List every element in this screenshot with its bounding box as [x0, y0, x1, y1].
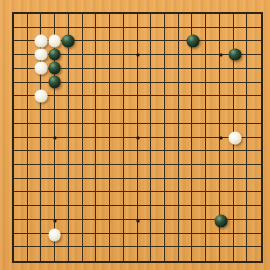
- board-cell: [179, 55, 193, 69]
- board-cell: [28, 124, 42, 138]
- board-cell: [138, 28, 152, 42]
- board-cell: [151, 179, 165, 193]
- board-cell: [220, 83, 234, 97]
- board-cell: [206, 124, 220, 138]
- board-cell: [165, 83, 179, 97]
- board-cell: [220, 110, 234, 124]
- board-cell: [247, 179, 261, 193]
- board-cell: [110, 41, 124, 55]
- hoshi-star-point: [53, 136, 56, 139]
- board-cell: [41, 247, 55, 261]
- board-cell: [192, 151, 206, 165]
- board-cell: [41, 110, 55, 124]
- board-cell: [247, 28, 261, 42]
- board-cell: [14, 247, 28, 261]
- board-cell: [96, 96, 110, 110]
- board-cell: [69, 69, 83, 83]
- board-cell: [206, 165, 220, 179]
- board-cell: [110, 110, 124, 124]
- board-cell: [14, 151, 28, 165]
- board-cell: [28, 247, 42, 261]
- black-stone: [215, 215, 228, 228]
- board-cell: [96, 28, 110, 42]
- board-cell: [179, 110, 193, 124]
- black-stone: [228, 48, 241, 61]
- board-cell: [110, 220, 124, 234]
- board-cell: [234, 14, 248, 28]
- white-stone: [34, 34, 47, 47]
- board-cell: [96, 55, 110, 69]
- board-cell: [14, 28, 28, 42]
- board-cell: [69, 96, 83, 110]
- board-cell: [110, 14, 124, 28]
- board-cell: [247, 192, 261, 206]
- board-cell: [41, 151, 55, 165]
- board-cell: [151, 138, 165, 152]
- board-cell: [55, 165, 69, 179]
- board-cell: [96, 138, 110, 152]
- board-cell: [69, 234, 83, 248]
- board-cell: [151, 41, 165, 55]
- board-cell: [179, 247, 193, 261]
- hoshi-star-point: [53, 219, 56, 222]
- board-cell: [138, 110, 152, 124]
- board-cell: [179, 206, 193, 220]
- board-cell: [192, 96, 206, 110]
- board-cell: [41, 206, 55, 220]
- board-cell: [206, 14, 220, 28]
- black-stone: [187, 34, 200, 47]
- board-cell: [151, 83, 165, 97]
- board-cell: [206, 96, 220, 110]
- board-cell: [179, 220, 193, 234]
- board-cell: [192, 14, 206, 28]
- board-cell: [247, 124, 261, 138]
- board-cell: [83, 220, 97, 234]
- board-cell: [220, 28, 234, 42]
- board-cell: [96, 41, 110, 55]
- board-cell: [14, 192, 28, 206]
- board-cell: [110, 69, 124, 83]
- board-cell: [83, 138, 97, 152]
- hoshi-star-point: [219, 53, 222, 56]
- board-cell: [234, 151, 248, 165]
- board-cell: [220, 247, 234, 261]
- board-cell: [151, 28, 165, 42]
- go-board[interactable]: [0, 0, 270, 270]
- board-cell: [55, 192, 69, 206]
- board-cell: [83, 206, 97, 220]
- board-cell: [138, 55, 152, 69]
- board-cell: [96, 247, 110, 261]
- board-cell: [151, 110, 165, 124]
- board-cell: [151, 220, 165, 234]
- board-cell: [110, 124, 124, 138]
- board-cell: [138, 69, 152, 83]
- board-cell: [69, 206, 83, 220]
- board-cell: [151, 234, 165, 248]
- hoshi-star-point: [136, 53, 139, 56]
- board-cell: [165, 165, 179, 179]
- board-cell: [110, 28, 124, 42]
- board-cell: [138, 220, 152, 234]
- board-cell: [83, 83, 97, 97]
- board-cell: [247, 247, 261, 261]
- board-cell: [124, 124, 138, 138]
- board-cell: [206, 55, 220, 69]
- board-cell: [69, 83, 83, 97]
- board-cell: [83, 110, 97, 124]
- board-cell: [14, 69, 28, 83]
- board-cell: [192, 165, 206, 179]
- board-cell: [96, 220, 110, 234]
- board-cell: [192, 220, 206, 234]
- board-cell: [83, 41, 97, 55]
- board-cell: [234, 206, 248, 220]
- board-cell: [192, 110, 206, 124]
- board-cell: [247, 138, 261, 152]
- black-stone: [48, 62, 61, 75]
- board-cell: [206, 138, 220, 152]
- board-cell: [83, 124, 97, 138]
- board-cell: [247, 14, 261, 28]
- board-cell: [165, 151, 179, 165]
- board-cell: [83, 28, 97, 42]
- board-cell: [14, 110, 28, 124]
- board-cell: [234, 234, 248, 248]
- board-cell: [124, 83, 138, 97]
- board-cell: [138, 14, 152, 28]
- board-cell: [55, 110, 69, 124]
- board-cell: [138, 192, 152, 206]
- board-cell: [179, 14, 193, 28]
- board-cell: [14, 206, 28, 220]
- board-cell: [124, 234, 138, 248]
- board-cell: [124, 28, 138, 42]
- board-cell: [138, 165, 152, 179]
- board-cell: [124, 192, 138, 206]
- board-cell: [138, 206, 152, 220]
- board-cell: [69, 220, 83, 234]
- board-cell: [83, 179, 97, 193]
- board-cell: [192, 69, 206, 83]
- board-cell: [165, 247, 179, 261]
- board-cell: [151, 55, 165, 69]
- board-cell: [110, 192, 124, 206]
- board-cell: [220, 234, 234, 248]
- board-cell: [192, 247, 206, 261]
- board-cell: [124, 14, 138, 28]
- board-cell: [41, 192, 55, 206]
- board-cell: [234, 28, 248, 42]
- board-cell: [165, 14, 179, 28]
- board-cell: [124, 96, 138, 110]
- board-cell: [110, 234, 124, 248]
- board-cell: [151, 69, 165, 83]
- board-cell: [110, 83, 124, 97]
- board-cell: [165, 110, 179, 124]
- board-cell: [14, 55, 28, 69]
- board-cell: [110, 55, 124, 69]
- board-cell: [151, 192, 165, 206]
- board-cell: [247, 69, 261, 83]
- board-cell: [124, 206, 138, 220]
- board-cell: [138, 83, 152, 97]
- hoshi-star-point: [219, 136, 222, 139]
- board-cell: [124, 165, 138, 179]
- board-cell: [55, 14, 69, 28]
- board-cell: [14, 96, 28, 110]
- board-cell: [138, 234, 152, 248]
- board-cell: [234, 220, 248, 234]
- board-cell: [28, 192, 42, 206]
- board-cell: [192, 234, 206, 248]
- board-cell: [165, 41, 179, 55]
- board-cell: [206, 83, 220, 97]
- black-stone: [48, 76, 61, 89]
- board-cell: [110, 151, 124, 165]
- board-cell: [247, 220, 261, 234]
- board-cell: [124, 247, 138, 261]
- board-cell: [138, 124, 152, 138]
- board-cell: [165, 124, 179, 138]
- board-cell: [124, 55, 138, 69]
- board-cell: [41, 138, 55, 152]
- board-cell: [206, 69, 220, 83]
- board-cell: [165, 138, 179, 152]
- board-cell: [234, 192, 248, 206]
- board-cell: [14, 179, 28, 193]
- board-cell: [96, 234, 110, 248]
- board-cell: [55, 179, 69, 193]
- board-cell: [83, 96, 97, 110]
- board-cell: [14, 234, 28, 248]
- board-cell: [83, 165, 97, 179]
- board-cell: [165, 234, 179, 248]
- white-stone: [48, 34, 61, 47]
- board-cell: [55, 206, 69, 220]
- board-cell: [138, 247, 152, 261]
- board-cell: [179, 151, 193, 165]
- board-cell: [165, 192, 179, 206]
- white-stone: [34, 90, 47, 103]
- board-cell: [124, 110, 138, 124]
- board-cell: [179, 138, 193, 152]
- board-cell: [55, 138, 69, 152]
- board-cell: [83, 14, 97, 28]
- board-cell: [192, 55, 206, 69]
- board-cell: [206, 179, 220, 193]
- board-cell: [192, 179, 206, 193]
- board-cell: [14, 83, 28, 97]
- board-cell: [179, 234, 193, 248]
- board-cell: [69, 124, 83, 138]
- board-cell: [234, 165, 248, 179]
- board-cell: [165, 96, 179, 110]
- board-cell: [151, 14, 165, 28]
- board-cell: [83, 69, 97, 83]
- board-cell: [96, 124, 110, 138]
- board-cell: [220, 165, 234, 179]
- board-cell: [69, 110, 83, 124]
- board-cell: [220, 192, 234, 206]
- board-cell: [41, 14, 55, 28]
- board-cell: [96, 69, 110, 83]
- board-cell: [247, 234, 261, 248]
- white-stone: [48, 228, 61, 241]
- board-cell: [28, 179, 42, 193]
- board-cell: [220, 179, 234, 193]
- board-cell: [110, 247, 124, 261]
- white-stone: [34, 62, 47, 75]
- board-cell: [234, 69, 248, 83]
- board-cell: [247, 96, 261, 110]
- board-cell: [124, 69, 138, 83]
- board-cell: [151, 124, 165, 138]
- hoshi-star-point: [136, 219, 139, 222]
- board-cell: [55, 247, 69, 261]
- board-cell: [192, 192, 206, 206]
- board-cell: [110, 206, 124, 220]
- board-cell: [138, 138, 152, 152]
- board-cell: [14, 165, 28, 179]
- board-cell: [247, 55, 261, 69]
- board-cell: [96, 206, 110, 220]
- board-cell: [96, 83, 110, 97]
- board-cell: [247, 41, 261, 55]
- board-cell: [138, 41, 152, 55]
- board-cell: [192, 206, 206, 220]
- board-cell: [96, 14, 110, 28]
- board-cell: [234, 179, 248, 193]
- board-cell: [14, 138, 28, 152]
- board-cell: [192, 83, 206, 97]
- board-cell: [151, 151, 165, 165]
- board-cell: [28, 151, 42, 165]
- board-cell: [41, 179, 55, 193]
- board-cell: [69, 179, 83, 193]
- board-cell: [165, 206, 179, 220]
- board-cell: [83, 151, 97, 165]
- board-cell: [247, 165, 261, 179]
- board-cell: [220, 96, 234, 110]
- board-cell: [14, 14, 28, 28]
- board-cell: [96, 165, 110, 179]
- board-cell: [14, 124, 28, 138]
- board-cell: [138, 96, 152, 110]
- board-cell: [28, 14, 42, 28]
- board-cell: [234, 247, 248, 261]
- board-cell: [96, 179, 110, 193]
- board-cell: [28, 138, 42, 152]
- board-cell: [179, 69, 193, 83]
- board-cell: [41, 165, 55, 179]
- board-cell: [28, 206, 42, 220]
- board-cell: [14, 220, 28, 234]
- board-cell: [165, 28, 179, 42]
- board-cell: [138, 151, 152, 165]
- board-cell: [220, 69, 234, 83]
- board-cell: [179, 165, 193, 179]
- board-cell: [69, 55, 83, 69]
- board-cell: [110, 165, 124, 179]
- board-cell: [151, 96, 165, 110]
- board-cell: [179, 83, 193, 97]
- board-cell: [110, 179, 124, 193]
- board-cell: [165, 179, 179, 193]
- board-cell: [83, 55, 97, 69]
- board-cell: [124, 138, 138, 152]
- board-cell: [28, 234, 42, 248]
- board-cell: [206, 110, 220, 124]
- board-cell: [206, 247, 220, 261]
- hoshi-star-point: [136, 136, 139, 139]
- board-cell: [234, 96, 248, 110]
- board-cell: [247, 110, 261, 124]
- board-cell: [28, 110, 42, 124]
- board-cell: [110, 138, 124, 152]
- board-cell: [96, 110, 110, 124]
- board-cell: [206, 151, 220, 165]
- board-cell: [69, 165, 83, 179]
- board-cell: [138, 179, 152, 193]
- board-cell: [28, 165, 42, 179]
- board-cell: [220, 14, 234, 28]
- board-cell: [206, 192, 220, 206]
- board-cell: [124, 179, 138, 193]
- board-cell: [192, 124, 206, 138]
- board-cell: [151, 206, 165, 220]
- board-cell: [234, 83, 248, 97]
- board-cell: [165, 69, 179, 83]
- board-cell: [55, 96, 69, 110]
- board-cell: [192, 138, 206, 152]
- black-stone: [62, 34, 75, 47]
- board-cell: [151, 165, 165, 179]
- board-cell: [124, 151, 138, 165]
- white-stone: [228, 131, 241, 144]
- board-cell: [110, 96, 124, 110]
- board-cell: [83, 192, 97, 206]
- board-cell: [14, 41, 28, 55]
- board-cell: [220, 151, 234, 165]
- board-cell: [206, 234, 220, 248]
- board-cell: [165, 55, 179, 69]
- board-cell: [179, 124, 193, 138]
- board-cell: [69, 151, 83, 165]
- white-stone: [34, 48, 47, 61]
- board-cell: [55, 151, 69, 165]
- board-cell: [247, 206, 261, 220]
- board-cell: [206, 28, 220, 42]
- board-cell: [96, 192, 110, 206]
- board-cell: [247, 151, 261, 165]
- board-cell: [83, 247, 97, 261]
- board-cell: [165, 220, 179, 234]
- board-cell: [69, 14, 83, 28]
- board-cell: [179, 96, 193, 110]
- black-stone: [48, 48, 61, 61]
- board-cell: [206, 41, 220, 55]
- board-cell: [69, 138, 83, 152]
- board-cell: [69, 247, 83, 261]
- board-cell: [69, 192, 83, 206]
- board-cell: [179, 192, 193, 206]
- board-cell: [247, 83, 261, 97]
- board-cell: [83, 234, 97, 248]
- board-cell: [28, 220, 42, 234]
- board-cell: [96, 151, 110, 165]
